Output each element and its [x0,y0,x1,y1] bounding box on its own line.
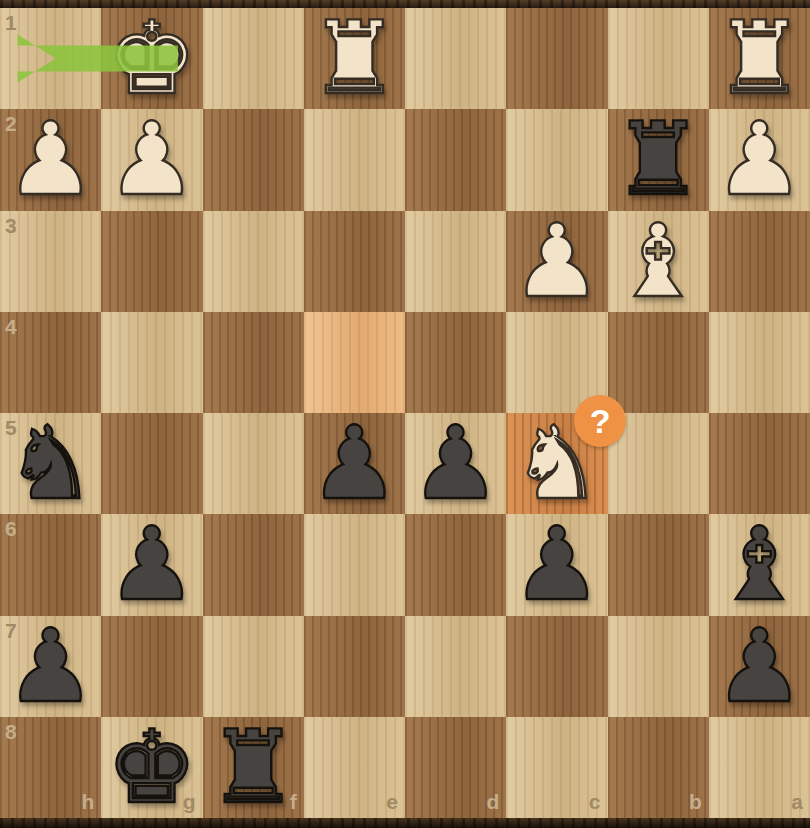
square-g3[interactable] [101,211,202,312]
black-pawn[interactable]: ♟ [512,514,603,615]
square-b8[interactable]: b [608,717,709,818]
square-h1[interactable]: 1 [0,8,101,109]
square-d7[interactable] [405,616,506,717]
file-label-c: c [589,790,601,814]
square-e1[interactable]: ♜ [304,8,405,109]
square-a2[interactable]: ♟ [709,109,810,210]
square-c8[interactable]: c [506,717,607,818]
white-king[interactable]: ♚ [107,8,198,109]
square-f3[interactable] [203,211,304,312]
square-d1[interactable] [405,8,506,109]
square-g2[interactable]: ♟ [101,109,202,210]
square-g1[interactable]: ♚ [101,8,202,109]
file-label-f: f [290,790,297,814]
square-e7[interactable] [304,616,405,717]
square-d8[interactable]: d [405,717,506,818]
square-c3[interactable]: ♟ [506,211,607,312]
black-pawn[interactable]: ♟ [410,413,501,514]
white-pawn[interactable]: ♟ [107,109,198,210]
square-d2[interactable] [405,109,506,210]
square-h2[interactable]: 2♟ [0,109,101,210]
square-h7[interactable]: 7♟ [0,616,101,717]
rank-label-7: 7 [5,619,17,643]
rank-label-1: 1 [5,11,17,35]
square-g8[interactable]: g♚ [101,717,202,818]
square-h8[interactable]: 8h [0,717,101,818]
square-a6[interactable]: ♝ [709,514,810,615]
square-f2[interactable] [203,109,304,210]
square-e2[interactable] [304,109,405,210]
square-g5[interactable] [101,413,202,514]
white-bishop[interactable]: ♝ [613,211,704,312]
rank-label-2: 2 [5,112,17,136]
square-a7[interactable]: ♟ [709,616,810,717]
file-label-h: h [81,790,94,814]
square-f6[interactable] [203,514,304,615]
rank-label-5: 5 [5,416,17,440]
board: 1♚♜♜2♟♟♜♟3♟♝45♞♟♟♞?6♟♟♝7♟♟8hg♚f♜edcba [0,8,810,818]
square-a5[interactable] [709,413,810,514]
square-c5[interactable]: ♞? [506,413,607,514]
square-e8[interactable]: e [304,717,405,818]
square-c1[interactable] [506,8,607,109]
square-g4[interactable] [101,312,202,413]
square-b2[interactable]: ♜ [608,109,709,210]
square-g7[interactable] [101,616,202,717]
black-knight[interactable]: ♞ [5,413,96,514]
square-f7[interactable] [203,616,304,717]
white-pawn[interactable]: ♟ [5,109,96,210]
square-d5[interactable]: ♟ [405,413,506,514]
rank-label-3: 3 [5,214,17,238]
white-rook[interactable]: ♜ [714,8,805,109]
square-c7[interactable] [506,616,607,717]
square-h6[interactable]: 6 [0,514,101,615]
square-h5[interactable]: 5♞ [0,413,101,514]
square-h3[interactable]: 3 [0,211,101,312]
mistake-badge: ? [574,395,626,447]
square-a3[interactable] [709,211,810,312]
square-d3[interactable] [405,211,506,312]
square-d4[interactable] [405,312,506,413]
file-label-a: a [791,790,803,814]
square-c6[interactable]: ♟ [506,514,607,615]
black-pawn[interactable]: ♟ [5,616,96,717]
square-b7[interactable] [608,616,709,717]
black-pawn[interactable]: ♟ [714,616,805,717]
file-label-b: b [689,790,702,814]
black-pawn[interactable]: ♟ [107,514,198,615]
black-pawn[interactable]: ♟ [309,413,400,514]
square-d6[interactable] [405,514,506,615]
square-g6[interactable]: ♟ [101,514,202,615]
white-rook[interactable]: ♜ [309,8,400,109]
chess-analysis-screenshot: 1♚♜♜2♟♟♜♟3♟♝45♞♟♟♞?6♟♟♝7♟♟8hg♚f♜edcba [0,0,810,828]
file-label-e: e [386,790,398,814]
square-f5[interactable] [203,413,304,514]
square-e5[interactable]: ♟ [304,413,405,514]
white-pawn[interactable]: ♟ [714,109,805,210]
square-h4[interactable]: 4 [0,312,101,413]
square-b1[interactable] [608,8,709,109]
black-rook[interactable]: ♜ [613,109,704,210]
white-pawn[interactable]: ♟ [512,211,603,312]
square-a8[interactable]: a [709,717,810,818]
square-e6[interactable] [304,514,405,615]
square-a1[interactable]: ♜ [709,8,810,109]
square-f1[interactable] [203,8,304,109]
square-f4[interactable] [203,312,304,413]
rank-label-8: 8 [5,720,17,744]
square-a4[interactable] [709,312,810,413]
square-e3[interactable] [304,211,405,312]
file-label-g: g [183,790,196,814]
square-f8[interactable]: f♜ [203,717,304,818]
square-c2[interactable] [506,109,607,210]
square-b4[interactable] [608,312,709,413]
rank-label-4: 4 [5,315,17,339]
black-rook[interactable]: ♜ [208,717,299,818]
square-b6[interactable] [608,514,709,615]
square-b3[interactable]: ♝ [608,211,709,312]
square-e4[interactable] [304,312,405,413]
rank-label-6: 6 [5,517,17,541]
black-bishop[interactable]: ♝ [714,514,805,615]
file-label-d: d [486,790,499,814]
